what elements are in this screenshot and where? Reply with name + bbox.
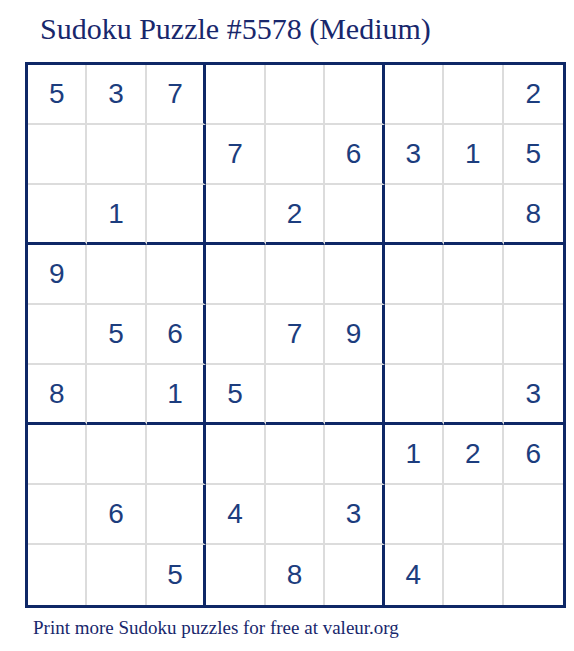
cell-r6c5[interactable] [266,365,325,425]
cell-r4c9[interactable] [504,245,563,305]
cell-r4c5[interactable] [266,245,325,305]
cell-r8c5[interactable] [266,485,325,545]
cell-r5c2[interactable]: 5 [87,305,146,365]
cell-r2c1[interactable] [28,125,87,185]
cell-r4c1[interactable]: 9 [28,245,87,305]
cell-r3c5[interactable]: 2 [266,185,325,245]
cell-r3c9[interactable]: 8 [504,185,563,245]
cell-r7c8[interactable]: 2 [444,425,503,485]
cell-r6c7[interactable] [385,365,444,425]
cell-r1c6[interactable] [325,65,384,125]
cell-r1c5[interactable] [266,65,325,125]
cell-r8c9[interactable] [504,485,563,545]
cell-r5c1[interactable] [28,305,87,365]
cell-r9c9[interactable] [504,545,563,605]
cell-r2c5[interactable] [266,125,325,185]
cell-r8c6[interactable]: 3 [325,485,384,545]
cell-r8c3[interactable] [147,485,206,545]
cell-r5c5[interactable]: 7 [266,305,325,365]
cell-r6c3[interactable]: 1 [147,365,206,425]
cell-r3c6[interactable] [325,185,384,245]
cell-r5c9[interactable] [504,305,563,365]
cell-r9c1[interactable] [28,545,87,605]
cell-r7c3[interactable] [147,425,206,485]
cell-r1c4[interactable] [206,65,265,125]
cell-r6c4[interactable]: 5 [206,365,265,425]
cell-r2c6[interactable]: 6 [325,125,384,185]
cell-r6c2[interactable] [87,365,146,425]
cell-r1c9[interactable]: 2 [504,65,563,125]
cell-r4c6[interactable] [325,245,384,305]
cell-r8c1[interactable] [28,485,87,545]
cell-r5c8[interactable] [444,305,503,365]
cell-r6c9[interactable]: 3 [504,365,563,425]
page-title: Sudoku Puzzle #5578 (Medium) [40,12,431,46]
cell-r4c4[interactable] [206,245,265,305]
cell-r7c4[interactable] [206,425,265,485]
cell-r4c3[interactable] [147,245,206,305]
cell-r1c2[interactable]: 3 [87,65,146,125]
cell-r8c7[interactable] [385,485,444,545]
cell-r9c7[interactable]: 4 [385,545,444,605]
cell-r8c4[interactable]: 4 [206,485,265,545]
cell-r8c8[interactable] [444,485,503,545]
cell-r3c7[interactable] [385,185,444,245]
cell-r9c6[interactable] [325,545,384,605]
cell-r6c1[interactable]: 8 [28,365,87,425]
cell-r3c8[interactable] [444,185,503,245]
cell-r9c4[interactable] [206,545,265,605]
cell-r5c7[interactable] [385,305,444,365]
cell-r4c7[interactable] [385,245,444,305]
cell-r9c5[interactable]: 8 [266,545,325,605]
cell-r5c4[interactable] [206,305,265,365]
cell-r1c1[interactable]: 5 [28,65,87,125]
cell-r7c2[interactable] [87,425,146,485]
cell-r8c2[interactable]: 6 [87,485,146,545]
cell-r9c8[interactable] [444,545,503,605]
cell-r1c8[interactable] [444,65,503,125]
cell-r2c9[interactable]: 5 [504,125,563,185]
cell-r5c3[interactable]: 6 [147,305,206,365]
cell-r2c3[interactable] [147,125,206,185]
cell-r2c2[interactable] [87,125,146,185]
cell-r7c5[interactable] [266,425,325,485]
cell-r2c7[interactable]: 3 [385,125,444,185]
cell-r9c3[interactable]: 5 [147,545,206,605]
cell-r5c6[interactable]: 9 [325,305,384,365]
cell-r3c3[interactable] [147,185,206,245]
cell-r7c1[interactable] [28,425,87,485]
cell-r3c1[interactable] [28,185,87,245]
cell-r4c8[interactable] [444,245,503,305]
cell-r6c6[interactable] [325,365,384,425]
cell-r7c7[interactable]: 1 [385,425,444,485]
cell-r2c4[interactable]: 7 [206,125,265,185]
cell-r6c8[interactable] [444,365,503,425]
cell-r1c3[interactable]: 7 [147,65,206,125]
cell-r1c7[interactable] [385,65,444,125]
cell-r7c6[interactable] [325,425,384,485]
sudoku-grid: 537276315128956798153126643584 [25,62,566,608]
footer-text: Print more Sudoku puzzles for free at va… [33,617,399,639]
cell-r3c2[interactable]: 1 [87,185,146,245]
cell-r9c2[interactable] [87,545,146,605]
cell-r3c4[interactable] [206,185,265,245]
cell-r2c8[interactable]: 1 [444,125,503,185]
cell-r4c2[interactable] [87,245,146,305]
cell-r7c9[interactable]: 6 [504,425,563,485]
